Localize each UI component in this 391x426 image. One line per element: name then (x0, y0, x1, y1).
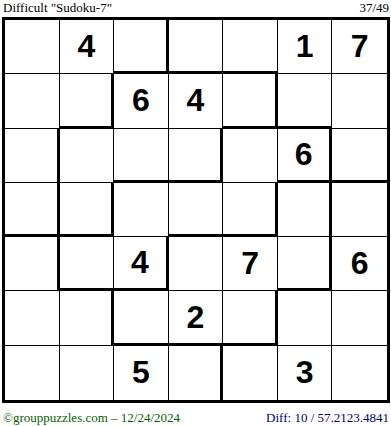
cell-r3c1[interactable] (5, 129, 60, 183)
cell-r5c4[interactable] (169, 237, 224, 291)
cell-r3c7[interactable] (332, 129, 387, 183)
cell-r3c3[interactable] (114, 129, 169, 183)
cell-r7c2[interactable] (60, 346, 115, 400)
cell-r1c6[interactable]: 1 (278, 20, 333, 74)
cell-r4c2[interactable] (60, 183, 115, 237)
cell-r5c2[interactable] (60, 237, 115, 291)
given-digit: 4 (131, 244, 149, 281)
cell-r6c6[interactable] (278, 291, 333, 345)
cell-r1c1[interactable] (5, 20, 60, 74)
given-digit: 6 (132, 82, 150, 119)
cell-r5c7[interactable]: 6 (332, 237, 387, 291)
cell-r4c5[interactable] (223, 183, 278, 237)
given-digit: 2 (187, 299, 205, 336)
cell-r4c1[interactable] (5, 183, 60, 237)
given-digit: 1 (296, 28, 314, 65)
cell-r7c1[interactable] (5, 346, 60, 400)
given-digit: 5 (132, 354, 150, 391)
cell-r2c7[interactable] (332, 74, 387, 128)
given-digit: 4 (77, 28, 95, 65)
cell-r2c4[interactable]: 4 (169, 74, 224, 128)
cell-r2c1[interactable] (5, 74, 60, 128)
cell-r3c2[interactable] (60, 129, 115, 183)
cell-r1c5[interactable] (223, 20, 278, 74)
cell-r4c3[interactable] (114, 183, 169, 237)
remaining-counter: 37/49 (359, 0, 389, 15)
given-digit: 7 (241, 245, 259, 282)
page-header: Difficult "Sudoku-7" 37/49 (3, 0, 389, 16)
cell-r7c5[interactable] (223, 346, 278, 400)
given-digit: 6 (351, 245, 369, 282)
cell-r2c3[interactable]: 6 (114, 74, 169, 128)
cell-r3c4[interactable] (169, 129, 224, 183)
given-digit: 7 (351, 28, 369, 65)
cell-r5c5[interactable]: 7 (223, 237, 278, 291)
cell-r1c7[interactable]: 7 (332, 20, 387, 74)
given-digit: 6 (295, 136, 313, 173)
given-digit: 3 (296, 354, 314, 391)
cell-r5c3[interactable]: 4 (114, 237, 169, 291)
puzzle-title: Difficult "Sudoku-7" (3, 0, 112, 15)
cell-r4c4[interactable] (169, 183, 224, 237)
cell-r6c1[interactable] (5, 291, 60, 345)
cell-r7c4[interactable] (169, 346, 224, 400)
cell-r1c2[interactable]: 4 (60, 20, 115, 74)
cell-r4c6[interactable] (278, 183, 333, 237)
cell-r1c4[interactable] (169, 20, 224, 74)
cell-r2c5[interactable] (223, 74, 278, 128)
cell-r5c6[interactable] (278, 237, 333, 291)
copyright-text: ©grouppuzzles.com – 12/24/2024 (3, 410, 180, 425)
given-digit: 4 (187, 82, 205, 119)
cell-r6c2[interactable] (60, 291, 115, 345)
cell-r4c7[interactable] (332, 183, 387, 237)
cell-r7c6[interactable]: 3 (278, 346, 333, 400)
cell-r6c7[interactable] (332, 291, 387, 345)
cell-r6c3[interactable] (114, 291, 169, 345)
cell-r3c6[interactable]: 6 (278, 129, 333, 183)
cell-r7c3[interactable]: 5 (114, 346, 169, 400)
cell-r6c5[interactable] (223, 291, 278, 345)
cell-r3c5[interactable] (223, 129, 278, 183)
cell-r2c6[interactable] (278, 74, 333, 128)
cell-r6c4[interactable]: 2 (169, 291, 224, 345)
difficulty-text: Diff: 10 / 57.2123.4841 (266, 410, 389, 425)
cell-r5c1[interactable] (5, 237, 60, 291)
sudoku-grid: 417646476253 (2, 17, 390, 403)
page-footer: ©grouppuzzles.com – 12/24/2024 Diff: 10 … (3, 409, 389, 425)
cell-r7c7[interactable] (332, 346, 387, 400)
cell-r1c3[interactable] (114, 20, 169, 74)
cell-r2c2[interactable] (60, 74, 115, 128)
